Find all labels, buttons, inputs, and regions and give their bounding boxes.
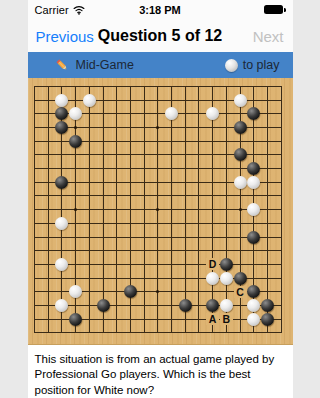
grid-line [34,332,282,333]
grid-line [267,86,268,334]
grid-line [34,237,282,238]
grid-line [34,250,282,251]
white-stone [165,107,178,120]
grid-line [34,223,282,224]
white-stone [83,94,96,107]
black-stone [55,107,68,120]
answer-point-d[interactable]: D [206,258,219,270]
white-stone [247,299,260,312]
star-point [74,126,77,129]
black-stone [247,231,260,244]
white-stone [55,217,68,230]
go-board[interactable]: DCAB [28,78,293,345]
black-stone [261,313,274,326]
next-button[interactable]: Next [253,28,284,45]
white-stone [55,299,68,312]
black-stone [97,299,110,312]
navigation-bar: Previous Question 5 of 12 Next [28,20,293,52]
star-point [156,208,159,211]
star-point [156,290,159,293]
black-stone [69,135,82,148]
white-stone [69,107,82,120]
black-stone [69,313,82,326]
previous-button[interactable]: Previous [36,28,94,45]
white-stone [206,107,219,120]
black-stone [247,285,260,298]
black-stone [234,148,247,161]
white-stone [220,299,233,312]
to-play-group: to play [225,58,280,72]
grid-line [212,86,213,334]
grid-line [34,305,282,306]
white-stone [69,285,82,298]
white-stone [206,272,219,285]
white-stone [234,176,247,189]
grid-line [185,86,186,334]
black-stone [55,176,68,189]
game-info-bar: Mid-Game to play [28,52,293,78]
battery-icon [264,5,286,14]
black-stone [247,162,260,175]
black-stone [247,107,260,120]
grid-line [226,86,227,334]
grid-line [198,86,199,334]
question-text: This situation is from an actual game pl… [28,345,293,398]
black-stone [234,121,247,134]
black-stone [220,258,233,271]
answer-point-c[interactable]: C [234,286,247,298]
star-point [156,126,159,129]
white-stone [55,258,68,271]
grid-line [34,264,282,265]
to-play-label: to play [243,58,280,72]
white-stone [247,176,260,189]
white-stone-icon [225,59,238,72]
app-window: Carrier 3:18 PM Previous Question 5 of 1… [28,0,293,398]
phase-group: Mid-Game [55,58,134,73]
black-stone [55,121,68,134]
black-stone [234,272,247,285]
phase-label: Mid-Game [76,58,134,72]
status-bar: Carrier 3:18 PM [28,0,293,20]
black-stone [179,299,192,312]
pencil-icon [55,58,70,73]
white-stone [55,94,68,107]
black-stone [124,285,137,298]
star-point [74,208,77,211]
white-stone [234,94,247,107]
grid-line [281,86,282,334]
star-point [239,208,242,211]
grid-line [171,86,172,334]
white-stone [247,203,260,216]
answer-point-a[interactable]: A [206,313,219,325]
black-stone [261,299,274,312]
white-stone [220,272,233,285]
answer-point-b[interactable]: B [220,313,233,325]
white-stone [247,313,260,326]
black-stone [206,299,219,312]
clock: 3:18 PM [28,4,293,16]
